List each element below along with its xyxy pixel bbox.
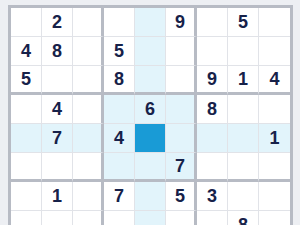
cell-r1c5[interactable] bbox=[135, 8, 166, 37]
cell-r8c4[interactable] bbox=[104, 211, 135, 225]
cell-r2c8[interactable] bbox=[228, 37, 259, 66]
cell-r8c1[interactable] bbox=[11, 211, 42, 225]
cell-r3c1[interactable]: 5 bbox=[11, 66, 42, 95]
cell-r7c5[interactable] bbox=[135, 182, 166, 211]
cell-r7c6[interactable]: 5 bbox=[166, 182, 197, 211]
cell-r6c1[interactable] bbox=[11, 153, 42, 182]
cell-r2c9[interactable] bbox=[259, 37, 290, 66]
cell-r1c7[interactable] bbox=[197, 8, 228, 37]
cell-r3c4[interactable]: 8 bbox=[104, 66, 135, 95]
cell-r4c3[interactable] bbox=[73, 95, 104, 124]
cell-r2c6[interactable] bbox=[166, 37, 197, 66]
cell-r6c7[interactable] bbox=[197, 153, 228, 182]
cell-r8c2[interactable] bbox=[42, 211, 73, 225]
cell-r4c7[interactable]: 8 bbox=[197, 95, 228, 124]
cell-r3c6[interactable] bbox=[166, 66, 197, 95]
cell-r3c8[interactable]: 1 bbox=[228, 66, 259, 95]
cell-r2c4[interactable]: 5 bbox=[104, 37, 135, 66]
cell-r4c4[interactable] bbox=[104, 95, 135, 124]
cell-r2c7[interactable] bbox=[197, 37, 228, 66]
cell-r2c2[interactable]: 8 bbox=[42, 37, 73, 66]
cell-r6c5[interactable] bbox=[135, 153, 166, 182]
cell-r3c7[interactable]: 9 bbox=[197, 66, 228, 95]
cell-r6c2[interactable] bbox=[42, 153, 73, 182]
cell-r2c3[interactable] bbox=[73, 37, 104, 66]
cell-r1c3[interactable] bbox=[73, 8, 104, 37]
cell-r7c9[interactable] bbox=[259, 182, 290, 211]
cell-r5c5[interactable] bbox=[135, 124, 166, 153]
cell-r7c3[interactable] bbox=[73, 182, 104, 211]
cell-r4c2[interactable]: 4 bbox=[42, 95, 73, 124]
cell-r7c7[interactable]: 3 bbox=[197, 182, 228, 211]
cell-r5c4[interactable]: 4 bbox=[104, 124, 135, 153]
cell-r6c6[interactable]: 7 bbox=[166, 153, 197, 182]
cell-r4c1[interactable] bbox=[11, 95, 42, 124]
cell-r3c9[interactable]: 4 bbox=[259, 66, 290, 95]
cell-r1c4[interactable] bbox=[104, 8, 135, 37]
cell-r1c1[interactable] bbox=[11, 8, 42, 37]
cell-r1c9[interactable] bbox=[259, 8, 290, 37]
cell-r2c5[interactable] bbox=[135, 37, 166, 66]
cell-r1c8[interactable]: 5 bbox=[228, 8, 259, 37]
cell-r3c3[interactable] bbox=[73, 66, 104, 95]
cell-r5c9[interactable]: 1 bbox=[259, 124, 290, 153]
cell-r1c6[interactable]: 9 bbox=[166, 8, 197, 37]
cell-r7c4[interactable]: 7 bbox=[104, 182, 135, 211]
cell-r8c9[interactable] bbox=[259, 211, 290, 225]
cell-r3c5[interactable] bbox=[135, 66, 166, 95]
sudoku-app: { "game": "sudoku", "grid_size": "9x9", … bbox=[0, 0, 300, 225]
cell-r5c7[interactable] bbox=[197, 124, 228, 153]
cell-r5c1[interactable] bbox=[11, 124, 42, 153]
cell-r7c1[interactable] bbox=[11, 182, 42, 211]
cell-r3c2[interactable] bbox=[42, 66, 73, 95]
cell-r6c3[interactable] bbox=[73, 153, 104, 182]
cell-r4c8[interactable] bbox=[228, 95, 259, 124]
cell-r8c5[interactable] bbox=[135, 211, 166, 225]
cell-r8c3[interactable] bbox=[73, 211, 104, 225]
cell-r6c9[interactable] bbox=[259, 153, 290, 182]
cell-r5c3[interactable] bbox=[73, 124, 104, 153]
cell-r8c7[interactable] bbox=[197, 211, 228, 225]
cell-r5c2[interactable]: 7 bbox=[42, 124, 73, 153]
cell-r7c2[interactable]: 1 bbox=[42, 182, 73, 211]
cell-r7c8[interactable] bbox=[228, 182, 259, 211]
sudoku-board: 29548558914468741717538 bbox=[8, 5, 293, 225]
cell-r4c9[interactable] bbox=[259, 95, 290, 124]
cell-r6c8[interactable] bbox=[228, 153, 259, 182]
cell-r8c8[interactable]: 8 bbox=[228, 211, 259, 225]
cell-r6c4[interactable] bbox=[104, 153, 135, 182]
cell-r2c1[interactable]: 4 bbox=[11, 37, 42, 66]
cell-r4c6[interactable] bbox=[166, 95, 197, 124]
cell-r1c2[interactable]: 2 bbox=[42, 8, 73, 37]
cell-r4c5[interactable]: 6 bbox=[135, 95, 166, 124]
cell-r5c6[interactable] bbox=[166, 124, 197, 153]
cell-r8c6[interactable] bbox=[166, 211, 197, 225]
cell-r5c8[interactable] bbox=[228, 124, 259, 153]
